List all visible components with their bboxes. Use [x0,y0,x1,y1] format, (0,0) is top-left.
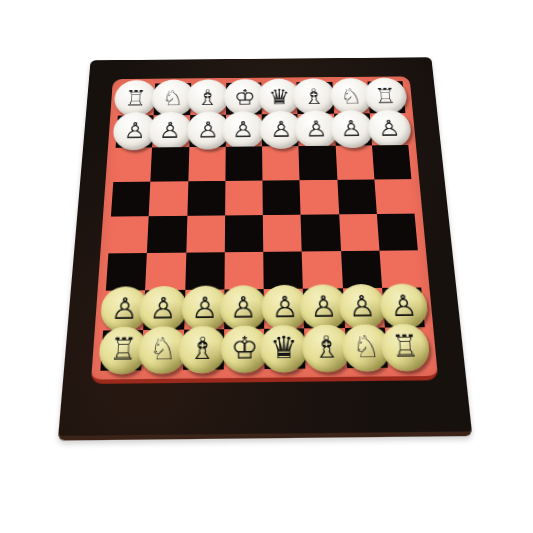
square-e5[interactable] [262,180,300,215]
piece-glyph-pawn: ♙ [270,118,293,140]
piece-glyph-king: ♔ [231,333,259,364]
square-f1[interactable]: ♗ [304,327,346,368]
piece-glyph-queen: ♛ [268,86,290,107]
piece-glyph-pawn: ♙ [340,118,363,140]
square-h2[interactable]: ♙ [382,287,425,327]
square-h7[interactable]: ♙ [369,113,408,146]
square-c4[interactable] [186,215,225,252]
piece-white-pawn[interactable]: ♙ [148,111,192,150]
square-d3[interactable] [224,251,263,289]
square-f8[interactable]: ♗ [297,82,334,114]
square-e6[interactable] [262,146,300,180]
piece-glyph-knight: ♘ [340,86,363,107]
square-b5[interactable] [149,181,188,216]
square-d4[interactable] [225,215,264,252]
piece-glyph-king: ♔ [234,87,256,108]
square-b8[interactable]: ♘ [154,83,191,115]
piece-glyph-pawn: ♙ [159,119,182,141]
photo-scene: ♖♘♗♔♛♗♘♖♙♙♙♙♙♙♙♙♙♙♙♙♙♙♙♙♖♘♗♔♛♗♘♖ [0,0,533,533]
square-c3[interactable] [185,252,225,290]
square-f3[interactable] [302,251,343,289]
square-c8[interactable]: ♗ [190,83,226,115]
square-a5[interactable] [111,181,151,216]
square-f5[interactable] [300,179,339,214]
square-d1[interactable]: ♔ [224,328,265,369]
piece-glyph-pawn: ♙ [110,295,139,325]
piece-white-pawn[interactable]: ♙ [367,109,413,147]
square-h8[interactable]: ♖ [367,81,405,113]
square-c7[interactable]: ♙ [189,114,226,147]
square-h1[interactable]: ♖ [385,327,429,368]
chessboard: ♖♘♗♔♛♗♘♖♙♙♙♙♙♙♙♙♙♙♙♙♙♙♙♙♖♘♗♔♛♗♘♖ [100,81,428,371]
square-a4[interactable] [108,216,148,253]
square-f4[interactable] [301,214,341,251]
piece-glyph-pawn: ♙ [377,117,401,139]
square-d6[interactable] [225,146,262,180]
square-e4[interactable] [263,215,302,252]
piece-glyph-pawn: ♙ [191,294,219,324]
piece-glyph-knight: ♘ [351,332,380,363]
square-c6[interactable] [188,147,226,181]
square-b6[interactable] [151,147,189,181]
square-e1[interactable]: ♛ [264,328,305,369]
piece-glyph-pawn: ♙ [389,292,418,322]
piece-glyph-bishop: ♗ [303,86,326,107]
piece-glyph-pawn: ♙ [348,292,377,322]
piece-white-pawn[interactable]: ♙ [222,111,265,149]
board-frame: ♖♘♗♔♛♗♘♖♙♙♙♙♙♙♙♙♙♙♙♙♙♙♙♙♖♘♗♔♛♗♘♖ [58,57,472,440]
square-f6[interactable] [299,146,337,180]
piece-glyph-queen: ♛ [270,333,298,364]
square-c5[interactable] [187,180,225,215]
square-d7[interactable]: ♙ [225,114,262,147]
square-h5[interactable] [374,179,414,214]
piece-glyph-pawn: ♙ [123,120,146,142]
square-e2[interactable]: ♙ [264,289,305,329]
square-c2[interactable]: ♙ [184,289,225,329]
piece-glyph-rook: ♖ [374,86,397,107]
piece-glyph-pawn: ♙ [149,294,177,324]
piece-yellow-queen[interactable]: ♛ [260,324,309,372]
square-a6[interactable] [113,147,152,181]
square-d8[interactable]: ♔ [226,83,262,115]
square-h6[interactable] [372,145,412,179]
square-e3[interactable] [263,251,303,289]
piece-glyph-rook: ♖ [390,332,420,363]
square-b3[interactable] [145,252,186,290]
square-c1[interactable]: ♗ [182,329,223,370]
square-g6[interactable] [335,145,374,179]
piece-glyph-pawn: ♙ [310,293,338,323]
square-b7[interactable]: ♙ [152,115,190,148]
piece-glyph-bishop: ♗ [312,332,341,363]
square-d5[interactable] [225,180,263,215]
square-g4[interactable] [339,214,379,251]
square-a8[interactable]: ♖ [118,83,156,115]
square-a1[interactable]: ♖ [100,330,143,371]
piece-glyph-rook: ♖ [109,335,138,366]
square-e7[interactable]: ♙ [262,114,299,147]
piece-glyph-bishop: ♗ [196,87,218,108]
square-d2[interactable]: ♙ [224,289,264,329]
piece-glyph-pawn: ♙ [230,293,257,323]
square-g7[interactable]: ♙ [334,113,372,146]
square-b2[interactable]: ♙ [143,290,184,330]
square-a3[interactable] [106,253,147,291]
square-h4[interactable] [377,214,418,251]
piece-glyph-knight: ♘ [148,334,177,365]
piece-glyph-pawn: ♙ [197,119,220,141]
piece-glyph-knight: ♘ [162,87,185,108]
square-g2[interactable]: ♙ [342,288,384,328]
piece-glyph-bishop: ♗ [188,334,216,365]
square-g5[interactable] [337,179,377,214]
piece-glyph-pawn: ♙ [305,118,328,140]
square-g3[interactable] [341,250,382,288]
square-h3[interactable] [379,250,421,288]
piece-glyph-pawn: ♙ [232,119,254,141]
board-mat: ♖♘♗♔♛♗♘♖♙♙♙♙♙♙♙♙♙♙♙♙♙♙♙♙♖♘♗♔♛♗♘♖ [91,76,438,384]
piece-yellow-bishop[interactable]: ♗ [177,325,226,373]
piece-yellow-rook[interactable]: ♖ [380,323,432,371]
square-b4[interactable] [147,216,187,253]
board-tilt-wrapper: ♖♘♗♔♛♗♘♖♙♙♙♙♙♙♙♙♙♙♙♙♙♙♙♙♖♘♗♔♛♗♘♖ [58,57,472,440]
piece-glyph-rook: ♖ [124,88,147,109]
piece-glyph-pawn: ♙ [271,293,299,323]
